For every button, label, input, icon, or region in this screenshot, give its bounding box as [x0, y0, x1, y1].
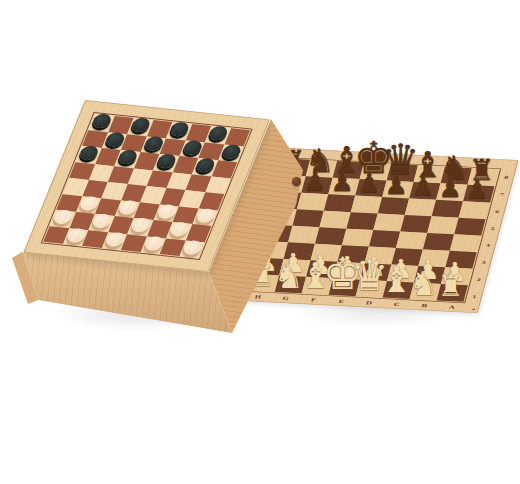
chess-square: ♜ [436, 284, 467, 302]
chess-piece-white-rook: ♜ [437, 272, 463, 301]
rank-label: 5 [485, 220, 501, 238]
rank-label: 3 [476, 254, 492, 272]
chess-square [454, 218, 485, 236]
chess-piece-black-pawn: ♟ [384, 172, 407, 198]
file-label: B [410, 302, 440, 310]
rank-label: 2 [471, 271, 487, 289]
white-checker [181, 240, 204, 256]
file-label: D [354, 299, 384, 307]
chess-square: ♟ [463, 185, 494, 203]
chess-piece-black-pawn: ♟ [330, 169, 353, 195]
chess-piece-black-pawn: ♟ [357, 170, 380, 196]
file-label: A [437, 303, 467, 311]
chess-piece-black-pawn: ♟ [303, 167, 326, 193]
chess-square [450, 234, 481, 252]
rank-label: 4 [480, 237, 496, 255]
chess-piece-white-knight: ♞ [408, 267, 438, 300]
file-label: F [299, 296, 329, 304]
file-label: G [271, 294, 301, 302]
corner-mark-icon: ◂ [471, 307, 475, 311]
file-label: E [326, 297, 356, 305]
draughts-grid [43, 114, 250, 258]
white-checker [194, 208, 217, 224]
rank-label: 6 [490, 203, 506, 221]
chess-piece-black-pawn: ♟ [411, 173, 434, 199]
file-label: C [382, 300, 412, 308]
chess-piece-black-pawn: ♟ [465, 176, 488, 202]
draughts-board-inner-frame [41, 112, 253, 260]
product-photo-stage: ♜♞♝♚♛♝♞♜♟♟♟♟♟♟♟♟♟♟♟♟♟♟♟♟♜♞♝♚♛♝♞♜ HGFEDCB… [0, 0, 520, 484]
chess-piece-white-bishop: ♝ [380, 262, 412, 298]
rank-label: 1 [467, 288, 483, 306]
rank-label: 7 [494, 186, 510, 204]
box-knob [292, 177, 301, 186]
black-checker [220, 144, 243, 160]
rank-label: 8 [499, 169, 515, 187]
chess-piece-black-pawn: ♟ [438, 175, 461, 201]
chess-square [459, 201, 490, 219]
